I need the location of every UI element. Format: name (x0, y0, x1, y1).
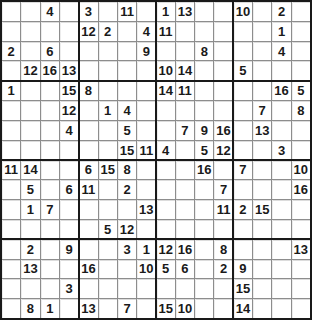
cell-r14c16[interactable] (292, 260, 310, 279)
cell-r5c6[interactable] (99, 81, 117, 100)
cell-r9c7: 8 (118, 161, 136, 180)
cell-r2c12[interactable] (214, 22, 232, 41)
cell-r10c7: 2 (118, 180, 136, 199)
cell-r1c14[interactable] (253, 2, 271, 21)
cell-r13c11[interactable] (195, 240, 213, 259)
cell-r5c12[interactable] (214, 81, 232, 100)
cell-r16c12[interactable] (214, 299, 232, 318)
cell-r15c12[interactable] (214, 279, 232, 298)
cell-r9c2: 14 (21, 161, 39, 180)
cell-r1c9: 1 (157, 2, 175, 21)
cell-r7c8[interactable] (137, 121, 155, 140)
cell-r6c1[interactable] (2, 101, 20, 120)
cell-r3c11: 8 (195, 42, 213, 61)
cell-r15c10[interactable] (176, 279, 194, 298)
cell-r15c7[interactable] (118, 279, 136, 298)
cell-r1c16[interactable] (292, 2, 310, 21)
cell-r15c15[interactable] (272, 279, 290, 298)
cell-r10c9[interactable] (157, 180, 175, 199)
cell-r13c12: 8 (214, 240, 232, 259)
cell-r15c9[interactable] (157, 279, 175, 298)
cell-r14c11[interactable] (195, 260, 213, 279)
cell-r10c2: 5 (21, 180, 39, 199)
cell-r12c4[interactable] (60, 220, 78, 239)
cell-r16c14[interactable] (253, 299, 271, 318)
cell-r10c12: 7 (214, 180, 232, 199)
cell-r10c8[interactable] (137, 180, 155, 199)
cell-r1c2[interactable] (21, 2, 39, 21)
cell-r8c10[interactable] (176, 141, 194, 160)
cell-r8c15: 3 (272, 141, 290, 160)
cell-r3c8: 9 (137, 42, 155, 61)
cell-r5c8[interactable] (137, 81, 155, 100)
cell-r9c6: 15 (99, 161, 117, 180)
cell-r16c16[interactable] (292, 299, 310, 318)
cell-r1c4[interactable] (60, 2, 78, 21)
cell-r14c8: 10 (137, 260, 155, 279)
cell-r11c15[interactable] (272, 200, 290, 219)
cell-r2c11[interactable] (195, 22, 213, 41)
cell-r12c5[interactable] (79, 220, 97, 239)
cell-r4c15[interactable] (272, 61, 290, 80)
cell-r8c12: 12 (214, 141, 232, 160)
cell-r2c3[interactable] (41, 22, 59, 41)
cell-r6c9[interactable] (157, 101, 175, 120)
cell-r7c6[interactable] (99, 121, 117, 140)
cell-r11c14: 15 (253, 200, 271, 219)
cell-r10c15[interactable] (272, 180, 290, 199)
cell-r16c6[interactable] (99, 299, 117, 318)
cell-r6c10[interactable] (176, 101, 194, 120)
cell-r1c1[interactable] (2, 2, 20, 21)
cell-r16c4[interactable] (60, 299, 78, 318)
cell-r9c13: 7 (234, 161, 252, 180)
cell-r2c8: 4 (137, 22, 155, 41)
cell-r12c1[interactable] (2, 220, 20, 239)
cell-r5c14[interactable] (253, 81, 271, 100)
cell-r2c9: 11 (157, 22, 175, 41)
cell-r6c12[interactable] (214, 101, 232, 120)
cell-r9c16: 10 (292, 161, 310, 180)
cell-r11c10[interactable] (176, 200, 194, 219)
cell-r15c14[interactable] (253, 279, 271, 298)
cell-r13c9: 12 (157, 240, 175, 259)
cell-r12c6: 5 (99, 220, 117, 239)
cell-r2c10[interactable] (176, 22, 194, 41)
cell-r5c7[interactable] (118, 81, 136, 100)
cell-r7c11: 9 (195, 121, 213, 140)
cell-r6c15[interactable] (272, 101, 290, 120)
cell-r12c13[interactable] (234, 220, 252, 239)
cell-r13c7: 3 (118, 240, 136, 259)
cell-r15c6[interactable] (99, 279, 117, 298)
cell-r4c13: 5 (234, 61, 252, 80)
cell-r2c16[interactable] (292, 22, 310, 41)
cell-r11c8: 13 (137, 200, 155, 219)
cell-r3c3: 6 (41, 42, 59, 61)
cell-r16c2: 8 (21, 299, 39, 318)
cell-r11c5[interactable] (79, 200, 97, 219)
cell-r13c14[interactable] (253, 240, 271, 259)
cell-r1c8[interactable] (137, 2, 155, 21)
cell-r13c16: 13 (292, 240, 310, 259)
cell-r11c13: 2 (234, 200, 252, 219)
cell-r8c7: 15 (118, 141, 136, 160)
cell-r5c5: 8 (79, 81, 97, 100)
cell-r4c5[interactable] (79, 61, 97, 80)
cell-r6c7: 4 (118, 101, 136, 120)
cell-r15c2[interactable] (21, 279, 39, 298)
cell-r8c5[interactable] (79, 141, 97, 160)
cell-r5c2[interactable] (21, 81, 39, 100)
cell-r6c14: 7 (253, 101, 271, 120)
cell-r2c15: 1 (272, 22, 290, 41)
cell-r6c6: 1 (99, 101, 117, 120)
cell-r1c13: 10 (234, 2, 252, 21)
box-divider-horizontal-3 (2, 238, 310, 240)
cell-r4c9: 10 (157, 61, 175, 80)
sudoku-board: 4311113102122411126984121613101451158141… (0, 0, 312, 320)
cell-r16c11[interactable] (195, 299, 213, 318)
cell-r8c9: 4 (157, 141, 175, 160)
cell-r8c3[interactable] (41, 141, 59, 160)
cell-r14c15[interactable] (272, 260, 290, 279)
cell-r13c15[interactable] (272, 240, 290, 259)
cell-r5c3[interactable] (41, 81, 59, 100)
cell-r9c9[interactable] (157, 161, 175, 180)
cell-r15c5[interactable] (79, 279, 97, 298)
cell-r3c7[interactable] (118, 42, 136, 61)
cell-r7c5[interactable] (79, 121, 97, 140)
cell-r1c12[interactable] (214, 2, 232, 21)
cell-r11c2: 1 (21, 200, 39, 219)
cell-r10c10[interactable] (176, 180, 194, 199)
cell-r5c15: 16 (272, 81, 290, 100)
cell-r3c1: 2 (2, 42, 20, 61)
cell-r9c8[interactable] (137, 161, 155, 180)
cell-r10c1[interactable] (2, 180, 20, 199)
cell-r16c9: 15 (157, 299, 175, 318)
cell-r7c7: 5 (118, 121, 136, 140)
cell-r11c3: 7 (41, 200, 59, 219)
cell-r2c7[interactable] (118, 22, 136, 41)
cell-r14c13: 9 (234, 260, 252, 279)
cell-r9c5: 6 (79, 161, 97, 180)
box-divider-horizontal-1 (2, 80, 310, 82)
cell-r15c13: 15 (234, 279, 252, 298)
cell-r13c3[interactable] (41, 240, 59, 259)
cell-r2c2[interactable] (21, 22, 39, 41)
cell-r9c4[interactable] (60, 161, 78, 180)
cell-r4c2: 12 (21, 61, 39, 80)
cell-r8c4[interactable] (60, 141, 78, 160)
cell-r5c16: 5 (292, 81, 310, 100)
cell-r14c10: 6 (176, 260, 194, 279)
cell-r4c1[interactable] (2, 61, 20, 80)
cell-r13c4: 9 (60, 240, 78, 259)
cell-r3c10[interactable] (176, 42, 194, 61)
cell-r9c1: 11 (2, 161, 20, 180)
cell-r7c13[interactable] (234, 121, 252, 140)
cell-r7c14: 13 (253, 121, 271, 140)
cell-r12c8[interactable] (137, 220, 155, 239)
cell-r14c12: 2 (214, 260, 232, 279)
cell-r7c2[interactable] (21, 121, 39, 140)
cell-r7c9[interactable] (157, 121, 175, 140)
cell-r3c15: 4 (272, 42, 290, 61)
cell-r10c6[interactable] (99, 180, 117, 199)
cell-r14c3[interactable] (41, 260, 59, 279)
cell-r12c12[interactable] (214, 220, 232, 239)
cell-r3c5[interactable] (79, 42, 97, 61)
cell-r12c9[interactable] (157, 220, 175, 239)
cell-r10c4: 6 (60, 180, 78, 199)
cell-r4c7[interactable] (118, 61, 136, 80)
cell-r8c1[interactable] (2, 141, 20, 160)
cell-r13c8: 1 (137, 240, 155, 259)
cell-r15c3[interactable] (41, 279, 59, 298)
cell-r16c8[interactable] (137, 299, 155, 318)
cell-r9c3[interactable] (41, 161, 59, 180)
cell-r9c10[interactable] (176, 161, 194, 180)
cell-r6c8[interactable] (137, 101, 155, 120)
cell-r14c2: 13 (21, 260, 39, 279)
cell-r12c14[interactable] (253, 220, 271, 239)
cell-r4c16[interactable] (292, 61, 310, 80)
cell-r6c2[interactable] (21, 101, 39, 120)
cell-r11c12: 11 (214, 200, 232, 219)
cell-r2c1[interactable] (2, 22, 20, 41)
cell-r11c11[interactable] (195, 200, 213, 219)
cell-r15c8[interactable] (137, 279, 155, 298)
cell-r11c6[interactable] (99, 200, 117, 219)
cell-r10c14[interactable] (253, 180, 271, 199)
cell-r7c15[interactable] (272, 121, 290, 140)
cell-r14c4[interactable] (60, 260, 78, 279)
cell-r6c3[interactable] (41, 101, 59, 120)
cell-r15c11[interactable] (195, 279, 213, 298)
cell-r8c14[interactable] (253, 141, 271, 160)
cell-r1c15: 2 (272, 2, 290, 21)
cell-r12c2[interactable] (21, 220, 39, 239)
cell-r13c13[interactable] (234, 240, 252, 259)
cell-r2c13[interactable] (234, 22, 252, 41)
cell-r8c6[interactable] (99, 141, 117, 160)
cell-r16c3: 1 (41, 299, 59, 318)
cell-r5c13[interactable] (234, 81, 252, 100)
cell-r4c14[interactable] (253, 61, 271, 80)
cell-r2c4[interactable] (60, 22, 78, 41)
cell-r2c5: 12 (79, 22, 97, 41)
cell-r14c9: 5 (157, 260, 175, 279)
cell-r5c9: 14 (157, 81, 175, 100)
cell-r3c12[interactable] (214, 42, 232, 61)
cell-r4c11[interactable] (195, 61, 213, 80)
cell-r11c4[interactable] (60, 200, 78, 219)
cell-r12c11[interactable] (195, 220, 213, 239)
cell-r9c12[interactable] (214, 161, 232, 180)
cell-r11c9[interactable] (157, 200, 175, 219)
cell-r4c4: 13 (60, 61, 78, 80)
cell-r4c12[interactable] (214, 61, 232, 80)
cell-r2c6: 2 (99, 22, 117, 41)
cell-r12c15[interactable] (272, 220, 290, 239)
cell-r1c7: 11 (118, 2, 136, 21)
cell-r10c11[interactable] (195, 180, 213, 199)
cell-r5c10: 11 (176, 81, 194, 100)
cell-r5c1: 1 (2, 81, 20, 100)
cell-r12c7: 12 (118, 220, 136, 239)
cell-r1c5: 3 (79, 2, 97, 21)
cell-r8c16[interactable] (292, 141, 310, 160)
cell-r16c15[interactable] (272, 299, 290, 318)
cell-r7c12: 16 (214, 121, 232, 140)
cell-r16c5: 13 (79, 299, 97, 318)
cell-r4c3: 16 (41, 61, 59, 80)
cell-r7c10: 7 (176, 121, 194, 140)
cell-r6c5[interactable] (79, 101, 97, 120)
cell-r3c9[interactable] (157, 42, 175, 61)
cell-r15c16[interactable] (292, 279, 310, 298)
cell-r13c6[interactable] (99, 240, 117, 259)
cell-r6c11[interactable] (195, 101, 213, 120)
cell-r1c6[interactable] (99, 2, 117, 21)
cell-r16c1[interactable] (2, 299, 20, 318)
cell-r16c13: 14 (234, 299, 252, 318)
cell-r1c11[interactable] (195, 2, 213, 21)
cell-r16c10: 10 (176, 299, 194, 318)
cell-r1c10: 13 (176, 2, 194, 21)
cell-r10c16: 16 (292, 180, 310, 199)
cell-r3c16[interactable] (292, 42, 310, 61)
cell-r4c10: 14 (176, 61, 194, 80)
cell-r12c3[interactable] (41, 220, 59, 239)
cell-r8c2[interactable] (21, 141, 39, 160)
cell-r14c6[interactable] (99, 260, 117, 279)
cell-r1c3: 4 (41, 2, 59, 21)
cell-r9c15[interactable] (272, 161, 290, 180)
box-divider-horizontal-2 (2, 159, 310, 161)
cell-r15c4: 3 (60, 279, 78, 298)
cell-r3c6[interactable] (99, 42, 117, 61)
cell-r8c8: 11 (137, 141, 155, 160)
cell-r11c1[interactable] (2, 200, 20, 219)
cell-r10c3[interactable] (41, 180, 59, 199)
cell-r7c16[interactable] (292, 121, 310, 140)
cell-r16c7: 7 (118, 299, 136, 318)
cell-r7c1[interactable] (2, 121, 20, 140)
cell-r6c16: 8 (292, 101, 310, 120)
cell-r3c14[interactable] (253, 42, 271, 61)
cell-r12c16[interactable] (292, 220, 310, 239)
cell-r4c6[interactable] (99, 61, 117, 80)
cell-r12c10[interactable] (176, 220, 194, 239)
cell-r6c4: 12 (60, 101, 78, 120)
cell-r3c2[interactable] (21, 42, 39, 61)
cell-r10c5: 11 (79, 180, 97, 199)
cell-r13c2: 2 (21, 240, 39, 259)
cell-r3c4[interactable] (60, 42, 78, 61)
cell-r14c5: 16 (79, 260, 97, 279)
cell-r6c13[interactable] (234, 101, 252, 120)
cell-r8c13[interactable] (234, 141, 252, 160)
cell-r10c13[interactable] (234, 180, 252, 199)
cell-r15c1[interactable] (2, 279, 20, 298)
cell-r7c4: 4 (60, 121, 78, 140)
cell-r7c3[interactable] (41, 121, 59, 140)
cell-r13c1[interactable] (2, 240, 20, 259)
cell-r14c7[interactable] (118, 260, 136, 279)
cell-r14c1[interactable] (2, 260, 20, 279)
cell-r2c14[interactable] (253, 22, 271, 41)
cell-r8c11: 5 (195, 141, 213, 160)
cell-r11c7[interactable] (118, 200, 136, 219)
cell-r5c11[interactable] (195, 81, 213, 100)
cell-r9c14[interactable] (253, 161, 271, 180)
cell-r13c5[interactable] (79, 240, 97, 259)
cell-r5c4: 15 (60, 81, 78, 100)
cell-r14c14[interactable] (253, 260, 271, 279)
cell-r4c8[interactable] (137, 61, 155, 80)
cell-r3c13[interactable] (234, 42, 252, 61)
cell-r13c10: 16 (176, 240, 194, 259)
cell-r11c16[interactable] (292, 200, 310, 219)
cell-r9c11: 16 (195, 161, 213, 180)
